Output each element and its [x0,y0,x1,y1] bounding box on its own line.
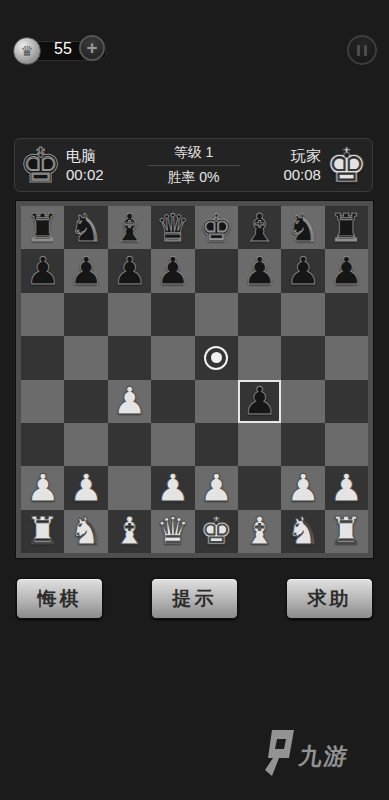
square-g1[interactable]: ♞ [281,510,324,553]
square-a2[interactable]: ♟ [21,466,64,509]
square-f1[interactable]: ♝ [238,510,281,553]
square-h4[interactable] [325,380,368,423]
square-c7[interactable]: ♟ [108,249,151,292]
square-a7[interactable]: ♟ [21,249,64,292]
square-b2[interactable]: ♟ [64,466,107,509]
human-player-block: 玩家 00:08 ♚ [283,141,368,189]
square-f5[interactable] [238,336,281,379]
white-rook: ♜ [26,512,60,550]
level-label: 等级 1 [174,144,214,165]
black-king: ♚ [199,209,233,247]
square-d7[interactable]: ♟ [151,249,194,292]
pause-icon [357,45,360,56]
square-f6[interactable] [238,293,281,336]
white-pawn: ♟ [69,469,103,507]
plus-icon: + [86,37,97,59]
black-bishop: ♝ [243,209,277,247]
square-e3[interactable] [195,423,238,466]
square-c1[interactable]: ♝ [108,510,151,553]
square-b7[interactable]: ♟ [64,249,107,292]
square-h2[interactable]: ♟ [325,466,368,509]
square-c5[interactable] [108,336,151,379]
square-e8[interactable]: ♚ [195,206,238,249]
black-knight: ♞ [286,209,320,247]
white-pawn: ♟ [286,469,320,507]
white-pawn: ♟ [199,469,233,507]
black-pawn: ♟ [69,252,103,290]
black-pawn: ♟ [243,382,277,420]
white-bishop: ♝ [243,512,277,550]
black-rook: ♜ [26,209,60,247]
jiuyou-9-logo-icon [264,730,294,782]
square-a3[interactable] [21,423,64,466]
square-e4[interactable] [195,380,238,423]
square-f7[interactable]: ♟ [238,249,281,292]
black-rook: ♜ [329,209,363,247]
square-b3[interactable] [64,423,107,466]
square-d2[interactable]: ♟ [151,466,194,509]
square-c4[interactable]: ♟ [108,380,151,423]
square-e2[interactable]: ♟ [195,466,238,509]
white-pawn: ♟ [156,469,190,507]
square-a8[interactable]: ♜ [21,206,64,249]
square-b1[interactable]: ♞ [64,510,107,553]
white-queen: ♛ [156,512,190,550]
square-a5[interactable] [21,336,64,379]
black-pawn: ♟ [156,252,190,290]
square-d6[interactable] [151,293,194,336]
hint-button[interactable]: 提示 [151,578,238,619]
square-f2[interactable] [238,466,281,509]
square-d5[interactable] [151,336,194,379]
computer-name: 电脑 [66,146,104,166]
square-b4[interactable] [64,380,107,423]
square-e6[interactable] [195,293,238,336]
white-pawn: ♟ [329,469,363,507]
square-b5[interactable] [64,336,107,379]
square-h8[interactable]: ♜ [325,206,368,249]
pause-icon [364,45,367,56]
jiuyou-watermark: 九游 [264,728,349,784]
square-g6[interactable] [281,293,324,336]
square-a4[interactable] [21,380,64,423]
square-e7[interactable] [195,249,238,292]
square-h3[interactable] [325,423,368,466]
white-rook: ♜ [329,512,363,550]
coin-balance-group: ♛ 55 + [13,35,109,65]
white-bishop: ♝ [112,512,146,550]
square-b6[interactable] [64,293,107,336]
white-knight: ♞ [69,512,103,550]
square-f3[interactable] [238,423,281,466]
square-g4[interactable] [281,380,324,423]
square-e1[interactable]: ♚ [195,510,238,553]
ask-help-button[interactable]: 求助 [286,578,373,619]
square-g3[interactable] [281,423,324,466]
add-coins-button[interactable]: + [79,35,105,61]
square-h6[interactable] [325,293,368,336]
player-clock: 00:08 [283,165,321,185]
move-origin-dot [211,352,222,363]
square-d3[interactable] [151,423,194,466]
square-c6[interactable] [108,293,151,336]
black-pawn: ♟ [26,252,60,290]
game-info-panel: ♚ 电脑 00:02 等级 1 胜率 0% 玩家 00:08 ♚ [14,138,373,192]
square-d1[interactable]: ♛ [151,510,194,553]
computer-player-block: ♚ 电脑 00:02 [19,141,104,189]
square-h1[interactable]: ♜ [325,510,368,553]
black-bishop: ♝ [112,209,146,247]
computer-clock: 00:02 [66,165,104,185]
coin-icon: ♛ [13,37,41,65]
square-g2[interactable]: ♟ [281,466,324,509]
black-knight: ♞ [69,209,103,247]
black-queen: ♛ [156,209,190,247]
square-e5[interactable] [195,336,238,379]
undo-move-button[interactable]: 悔棋 [16,578,103,619]
square-b8[interactable]: ♞ [64,206,107,249]
square-c2[interactable] [108,466,151,509]
level-info-block: 等级 1 胜率 0% [148,144,240,187]
chess-board: ♜♞♝♛♚♝♞♜♟♟♟♟♟♟♟♟♟♟♟♟♟♟♟♜♞♝♛♚♝♞♜ [16,201,373,558]
white-pawn: ♟ [26,469,60,507]
square-a6[interactable] [21,293,64,336]
square-d8[interactable]: ♛ [151,206,194,249]
white-king-icon: ♚ [325,141,368,189]
square-c8[interactable]: ♝ [108,206,151,249]
black-king-icon: ♚ [19,141,62,189]
coin-count: 55 [45,40,81,58]
square-g5[interactable] [281,336,324,379]
player-name: 玩家 [291,146,321,166]
black-pawn: ♟ [112,252,146,290]
white-pawn: ♟ [112,382,146,420]
black-pawn: ♟ [329,252,363,290]
square-c3[interactable] [108,423,151,466]
square-g7[interactable]: ♟ [281,249,324,292]
square-h7[interactable]: ♟ [325,249,368,292]
square-h5[interactable] [325,336,368,379]
white-knight: ♞ [286,512,320,550]
crown-coin-icon: ♛ [21,44,34,58]
square-a1[interactable]: ♜ [21,510,64,553]
black-pawn: ♟ [243,252,277,290]
square-d4[interactable] [151,380,194,423]
move-origin-marker [204,346,228,370]
win-rate-label: 胜率 0% [167,166,219,187]
square-g8[interactable]: ♞ [281,206,324,249]
white-king: ♚ [199,512,233,550]
black-pawn: ♟ [286,252,320,290]
pause-button[interactable] [347,35,377,65]
square-f4[interactable]: ♟ [238,380,281,423]
square-f8[interactable]: ♝ [238,206,281,249]
jiuyou-logo-text: 九游 [297,741,351,772]
